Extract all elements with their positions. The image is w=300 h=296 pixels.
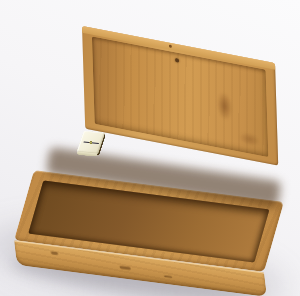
wood-grain-mark [51,251,58,254]
lid-magnet-dot [175,58,179,63]
domino-tile [77,131,105,154]
wood-grain-mark [164,275,172,278]
domino-tray-grid [56,131,233,231]
wood-knot [216,90,232,121]
wood-grain-mark [119,266,130,270]
lid-clasp-hole [169,44,172,47]
product-photo-dominoes-box [0,0,300,296]
wood-knot [239,131,261,148]
